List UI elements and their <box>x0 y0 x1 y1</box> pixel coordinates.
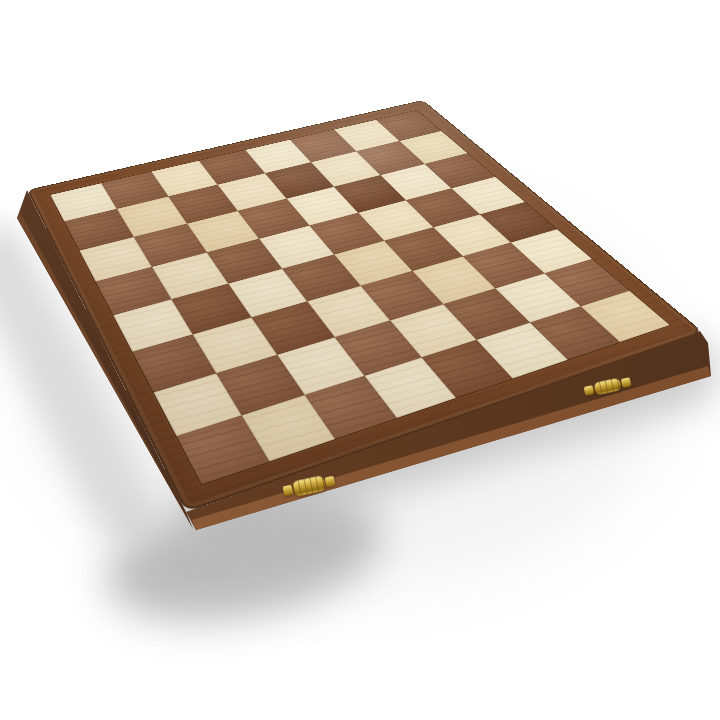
hinge-finial-left <box>584 385 595 395</box>
product-photo-scene <box>0 0 720 720</box>
brass-hinge <box>282 473 336 499</box>
hinge-barrel <box>292 475 327 497</box>
chess-board-top <box>27 100 703 512</box>
board-playing-surface <box>49 110 671 486</box>
hinge-finial-right <box>621 378 632 388</box>
cast-shadow-corner <box>95 472 392 641</box>
hinge-finial-right <box>325 476 336 488</box>
hinge-barrel <box>593 377 622 395</box>
brass-hinge <box>583 375 632 397</box>
